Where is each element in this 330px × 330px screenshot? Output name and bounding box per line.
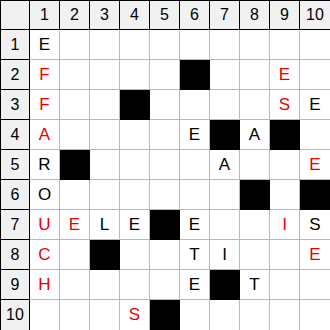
cell-r2c5[interactable] <box>150 60 180 90</box>
cell-r1c10[interactable] <box>300 30 330 60</box>
cell-r3c1[interactable]: F <box>30 90 60 120</box>
cell-r6c2[interactable] <box>60 180 90 210</box>
cell-r7c7[interactable] <box>210 210 240 240</box>
cell-r8c2[interactable] <box>60 240 90 270</box>
cell-r4c4[interactable] <box>120 120 150 150</box>
cell-r7c8[interactable] <box>240 210 270 240</box>
cell-r9c8[interactable]: T <box>240 270 270 300</box>
cell-r5c4[interactable] <box>120 150 150 180</box>
col-header-3: 3 <box>90 0 120 30</box>
cell-r3c9[interactable]: S <box>270 90 300 120</box>
corner-cell <box>0 0 30 30</box>
cell-r8c4[interactable] <box>120 240 150 270</box>
row-header-1: 1 <box>0 30 30 60</box>
block-cell-r2c6 <box>180 60 210 90</box>
row-header-3: 3 <box>0 90 30 120</box>
cell-r5c8[interactable] <box>240 150 270 180</box>
cell-r9c1[interactable]: H <box>30 270 60 300</box>
block-cell-r3c4 <box>120 90 150 120</box>
cell-r7c1[interactable]: U <box>30 210 60 240</box>
row-header-6: 6 <box>0 180 30 210</box>
cell-r8c9[interactable] <box>270 240 300 270</box>
cell-r9c5[interactable] <box>150 270 180 300</box>
cell-r1c7[interactable] <box>210 30 240 60</box>
cell-r7c4[interactable]: E <box>120 210 150 240</box>
cell-r5c5[interactable] <box>150 150 180 180</box>
cell-r4c10[interactable] <box>300 120 330 150</box>
cell-r10c6[interactable] <box>180 300 210 330</box>
cell-r1c6[interactable] <box>180 30 210 60</box>
cell-r6c3[interactable] <box>90 180 120 210</box>
cell-r3c7[interactable] <box>210 90 240 120</box>
cell-r10c2[interactable] <box>60 300 90 330</box>
row-header-9: 9 <box>0 270 30 300</box>
cell-r9c9[interactable] <box>270 270 300 300</box>
cell-r8c6[interactable]: T <box>180 240 210 270</box>
cell-r3c6[interactable] <box>180 90 210 120</box>
col-header-4: 4 <box>120 0 150 30</box>
cell-r2c8[interactable] <box>240 60 270 90</box>
cell-r1c3[interactable] <box>90 30 120 60</box>
cell-r5c7[interactable]: A <box>210 150 240 180</box>
cell-r2c10[interactable] <box>300 60 330 90</box>
cell-r4c2[interactable] <box>60 120 90 150</box>
cell-r1c9[interactable] <box>270 30 300 60</box>
cell-r5c1[interactable]: R <box>30 150 60 180</box>
cell-r5c9[interactable] <box>270 150 300 180</box>
cell-r7c10[interactable]: S <box>300 210 330 240</box>
cell-r5c6[interactable] <box>180 150 210 180</box>
cell-r1c1[interactable]: E <box>30 30 60 60</box>
cell-r6c6[interactable] <box>180 180 210 210</box>
block-cell-r8c3 <box>90 240 120 270</box>
col-header-8: 8 <box>240 0 270 30</box>
block-cell-r4c7 <box>210 120 240 150</box>
block-cell-r6c8 <box>240 180 270 210</box>
cell-r3c2[interactable] <box>60 90 90 120</box>
cell-r1c4[interactable] <box>120 30 150 60</box>
cell-r8c8[interactable] <box>240 240 270 270</box>
cell-r7c6[interactable]: E <box>180 210 210 240</box>
cell-r4c1[interactable]: A <box>30 120 60 150</box>
cell-r3c8[interactable] <box>240 90 270 120</box>
cell-r2c1[interactable]: F <box>30 60 60 90</box>
row-header-8: 8 <box>0 240 30 270</box>
cell-r7c2[interactable]: E <box>60 210 90 240</box>
cell-r6c7[interactable] <box>210 180 240 210</box>
cell-r9c3[interactable] <box>90 270 120 300</box>
col-header-9: 9 <box>270 0 300 30</box>
cell-r5c3[interactable] <box>90 150 120 180</box>
cell-r4c3[interactable] <box>90 120 120 150</box>
cell-r2c4[interactable] <box>120 60 150 90</box>
cell-r1c8[interactable] <box>240 30 270 60</box>
col-header-5: 5 <box>150 0 180 30</box>
cell-r10c9[interactable] <box>270 300 300 330</box>
cell-r10c10[interactable] <box>300 300 330 330</box>
cell-r7c3[interactable]: L <box>90 210 120 240</box>
col-header-10: 10 <box>300 0 330 30</box>
cell-r4c8[interactable]: A <box>240 120 270 150</box>
cell-r1c5[interactable] <box>150 30 180 60</box>
col-header-1: 1 <box>30 0 60 30</box>
cell-r10c3[interactable] <box>90 300 120 330</box>
block-cell-r7c5 <box>150 210 180 240</box>
col-header-7: 7 <box>210 0 240 30</box>
cell-r2c3[interactable] <box>90 60 120 90</box>
crossword-board: 123456789101E2FE3FSE4AEA5RAE6O7UELEEIS8C… <box>0 0 330 330</box>
cell-r9c6[interactable]: E <box>180 270 210 300</box>
cell-r8c10[interactable]: E <box>300 240 330 270</box>
cell-r8c5[interactable] <box>150 240 180 270</box>
cell-r3c10[interactable]: E <box>300 90 330 120</box>
block-cell-r6c10 <box>300 180 330 210</box>
row-header-10: 10 <box>0 300 30 330</box>
block-cell-r10c5 <box>150 300 180 330</box>
cell-r10c8[interactable] <box>240 300 270 330</box>
cell-r2c9[interactable]: E <box>270 60 300 90</box>
cell-r9c4[interactable] <box>120 270 150 300</box>
cell-r8c7[interactable]: I <box>210 240 240 270</box>
cell-r6c9[interactable] <box>270 180 300 210</box>
block-cell-r4c9 <box>270 120 300 150</box>
cell-r10c7[interactable] <box>210 300 240 330</box>
row-header-7: 7 <box>0 210 30 240</box>
cell-r2c2[interactable] <box>60 60 90 90</box>
block-cell-r9c7 <box>210 270 240 300</box>
cell-r6c4[interactable] <box>120 180 150 210</box>
col-header-6: 6 <box>180 0 210 30</box>
cell-r6c1[interactable]: O <box>30 180 60 210</box>
cell-r9c10[interactable] <box>300 270 330 300</box>
cell-r4c6[interactable]: E <box>180 120 210 150</box>
cell-r1c2[interactable] <box>60 30 90 60</box>
cell-r3c5[interactable] <box>150 90 180 120</box>
cell-r8c1[interactable]: C <box>30 240 60 270</box>
col-header-2: 2 <box>60 0 90 30</box>
cell-r4c5[interactable] <box>150 120 180 150</box>
row-header-5: 5 <box>0 150 30 180</box>
block-cell-r5c2 <box>60 150 90 180</box>
cell-r10c4[interactable]: S <box>120 300 150 330</box>
cell-r10c1[interactable] <box>30 300 60 330</box>
row-header-4: 4 <box>0 120 30 150</box>
cell-r3c3[interactable] <box>90 90 120 120</box>
cell-r5c10[interactable]: E <box>300 150 330 180</box>
cell-r9c2[interactable] <box>60 270 90 300</box>
cell-r2c7[interactable] <box>210 60 240 90</box>
cell-r6c5[interactable] <box>150 180 180 210</box>
cell-r7c9[interactable]: I <box>270 210 300 240</box>
row-header-2: 2 <box>0 60 30 90</box>
